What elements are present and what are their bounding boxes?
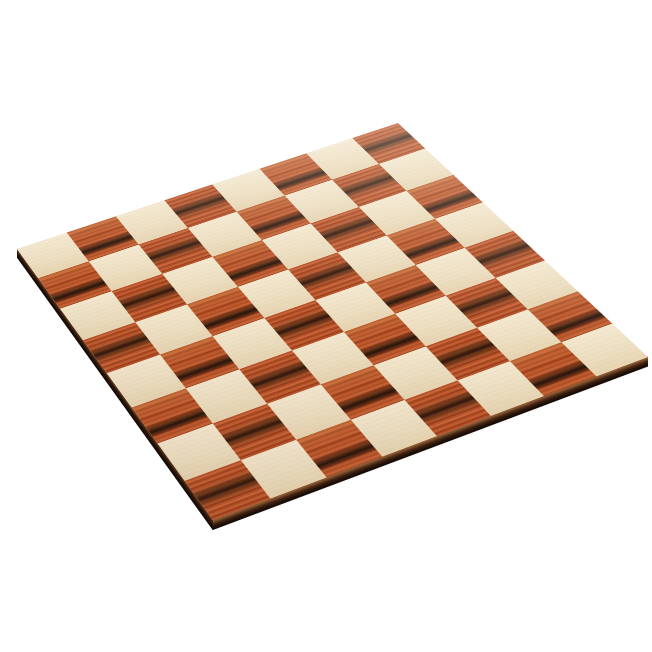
product-photo-stage xyxy=(0,0,652,652)
chess-board xyxy=(17,123,648,520)
